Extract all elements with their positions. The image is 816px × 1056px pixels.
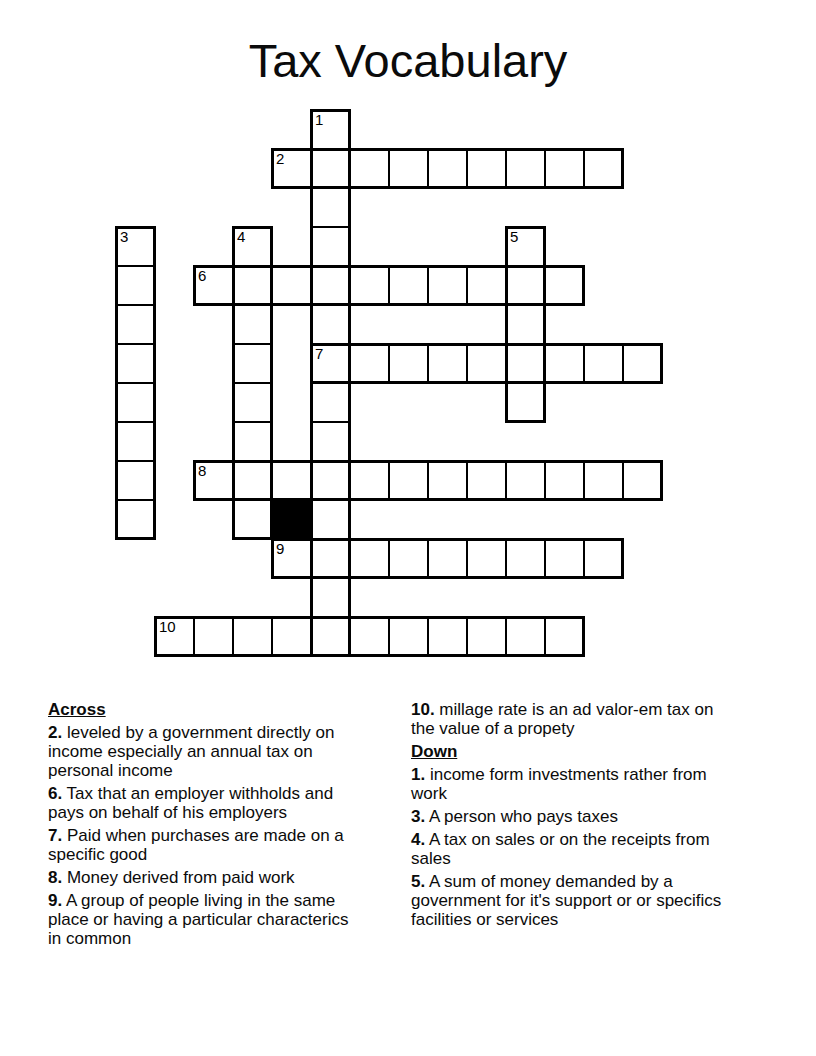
grid-cell-r13c10[interactable] [505,616,546,657]
grid-cell-r13c1[interactable]: 10 [154,616,195,657]
grid-cell-r6c12[interactable] [583,343,624,384]
grid-cell-r11c10[interactable] [505,538,546,579]
black-cell [271,499,312,540]
clue-label: 3. [411,807,425,826]
grid-cell-r8c5[interactable] [310,421,351,462]
grid-cell-r1c5[interactable] [310,148,351,189]
clue-down-4: 4. A tax on sales or on the receipts fro… [411,830,741,868]
grid-cell-r4c6[interactable] [349,265,390,306]
grid-cell-r4c2[interactable]: 6 [193,265,234,306]
grid-cell-r3c10[interactable]: 5 [505,226,546,267]
clue-number-10: 10 [159,619,176,635]
grid-cell-r6c3[interactable] [232,343,273,384]
clue-number-3: 3 [120,229,128,245]
crossword-grid: 12345678910 [115,109,664,658]
grid-cell-r7c0[interactable] [115,382,156,423]
grid-cell-r5c3[interactable] [232,304,273,345]
puzzle-title: Tax Vocabulary [0,33,816,88]
grid-cell-r7c3[interactable] [232,382,273,423]
grid-cell-r11c11[interactable] [544,538,585,579]
grid-cell-r1c4[interactable]: 2 [271,148,312,189]
grid-cell-r5c5[interactable] [310,304,351,345]
grid-cell-r6c9[interactable] [466,343,507,384]
clue-down-1: 1. income form investments rather from w… [411,765,741,803]
grid-cell-r6c8[interactable] [427,343,468,384]
grid-cell-r10c3[interactable] [232,499,273,540]
clue-label: 2. [48,723,62,742]
grid-cell-r13c3[interactable] [232,616,273,657]
grid-cell-r9c0[interactable] [115,460,156,501]
grid-cell-r10c0[interactable] [115,499,156,540]
grid-cell-r13c8[interactable] [427,616,468,657]
across-header: Across [48,700,366,719]
grid-cell-r1c9[interactable] [466,148,507,189]
grid-cell-r9c13[interactable] [622,460,663,501]
grid-cell-r1c6[interactable] [349,148,390,189]
grid-cell-r3c3[interactable]: 4 [232,226,273,267]
grid-cell-r8c3[interactable] [232,421,273,462]
clue-number-7: 7 [315,346,323,362]
grid-cell-r11c9[interactable] [466,538,507,579]
clue-label: 1. [411,765,425,784]
grid-cell-r11c6[interactable] [349,538,390,579]
grid-cell-r5c0[interactable] [115,304,156,345]
clue-number-6: 6 [198,268,206,284]
clue-label: 10. [411,700,435,719]
grid-cell-r9c11[interactable] [544,460,585,501]
grid-cell-r9c3[interactable] [232,460,273,501]
clue-across-6: 6. Tax that an employer withholds and pa… [48,784,366,822]
grid-cell-r1c8[interactable] [427,148,468,189]
grid-cell-r0c5[interactable]: 1 [310,109,351,150]
grid-cell-r4c9[interactable] [466,265,507,306]
clues-right-column: 10. millage rate is an ad valor-em tax o… [411,700,741,933]
grid-cell-r4c8[interactable] [427,265,468,306]
grid-cell-r6c7[interactable] [388,343,429,384]
grid-cell-r4c7[interactable] [388,265,429,306]
grid-cell-r11c5[interactable] [310,538,351,579]
grid-cell-r9c7[interactable] [388,460,429,501]
grid-cell-r9c9[interactable] [466,460,507,501]
grid-cell-r4c5[interactable] [310,265,351,306]
grid-cell-r4c4[interactable] [271,265,312,306]
grid-cell-r4c3[interactable] [232,265,273,306]
grid-cell-r11c4[interactable]: 9 [271,538,312,579]
grid-cell-r9c8[interactable] [427,460,468,501]
grid-cell-r6c5[interactable]: 7 [310,343,351,384]
clue-across-7: 7. Paid when purchases are made on a spe… [48,826,366,864]
grid-cell-r13c4[interactable] [271,616,312,657]
clue-label: 8. [48,868,62,887]
grid-cell-r1c7[interactable] [388,148,429,189]
clue-number-1: 1 [315,112,323,128]
grid-cell-r11c8[interactable] [427,538,468,579]
grid-cell-r9c5[interactable] [310,460,351,501]
grid-cell-r13c9[interactable] [466,616,507,657]
grid-cell-r6c6[interactable] [349,343,390,384]
grid-cell-r4c11[interactable] [544,265,585,306]
clue-label: 7. [48,826,62,845]
clue-across-2: 2. leveled by a government directly on i… [48,723,366,780]
grid-cell-r6c11[interactable] [544,343,585,384]
clue-number-2: 2 [276,151,284,167]
clues-left-column: Across2. leveled by a government directl… [48,700,366,952]
clue-label: 5. [411,872,425,891]
grid-cell-r9c4[interactable] [271,460,312,501]
grid-cell-r7c5[interactable] [310,382,351,423]
grid-cell-r2c5[interactable] [310,187,351,228]
grid-cell-r1c10[interactable] [505,148,546,189]
grid-cell-r5c10[interactable] [505,304,546,345]
grid-cell-r4c10[interactable] [505,265,546,306]
grid-cell-r9c10[interactable] [505,460,546,501]
clue-down-3: 3. A person who pays taxes [411,807,741,826]
clue-label: 4. [411,830,425,849]
grid-cell-r13c2[interactable] [193,616,234,657]
grid-cell-r12c5[interactable] [310,577,351,618]
grid-cell-r13c5[interactable] [310,616,351,657]
grid-cell-r3c5[interactable] [310,226,351,267]
grid-cell-r9c6[interactable] [349,460,390,501]
grid-cell-r8c0[interactable] [115,421,156,462]
grid-cell-r1c12[interactable] [583,148,624,189]
grid-cell-r3c0[interactable]: 3 [115,226,156,267]
clue-number-8: 8 [198,463,206,479]
down-header: Down [411,742,741,761]
clue-down-5: 5. A sum of money demanded by a governme… [411,872,741,929]
grid-cell-r1c11[interactable] [544,148,585,189]
grid-cell-r11c12[interactable] [583,538,624,579]
clue-number-5: 5 [510,229,518,245]
grid-cell-r13c11[interactable] [544,616,585,657]
grid-cell-r6c0[interactable] [115,343,156,384]
clue-label: 9. [48,891,62,910]
grid-cell-r7c10[interactable] [505,382,546,423]
clue-number-9: 9 [276,541,284,557]
grid-cell-r6c13[interactable] [622,343,663,384]
clue-label: 6. [48,784,62,803]
clue-across-10: 10. millage rate is an ad valor-em tax o… [411,700,741,738]
grid-cell-r10c5[interactable] [310,499,351,540]
clue-number-4: 4 [237,229,245,245]
grid-cell-r13c7[interactable] [388,616,429,657]
grid-cell-r6c10[interactable] [505,343,546,384]
clue-across-9: 9. A group of people living in the same … [48,891,366,948]
grid-cell-r13c6[interactable] [349,616,390,657]
grid-cell-r9c2[interactable]: 8 [193,460,234,501]
grid-cell-r9c12[interactable] [583,460,624,501]
grid-cell-r11c7[interactable] [388,538,429,579]
clue-across-8: 8. Money derived from paid work [48,868,366,887]
